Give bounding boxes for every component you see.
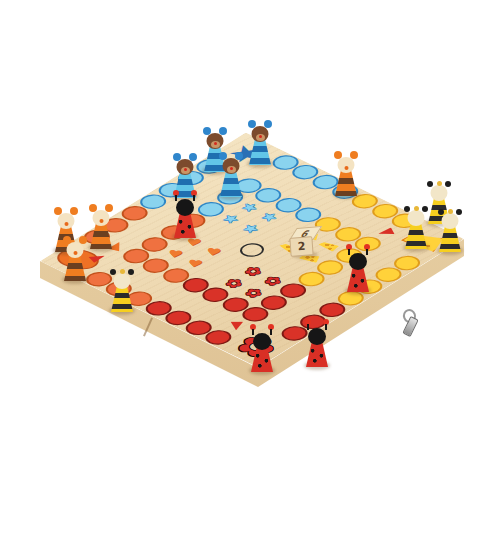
field-flower-r8c7[interactable]: ✿	[221, 276, 247, 291]
field-star-r5c4[interactable]: ★	[218, 212, 243, 226]
ladybug-head	[253, 333, 271, 350]
field-arrow-r10c9	[230, 321, 244, 330]
ladybug-ear	[268, 324, 274, 330]
ladybug-head	[176, 199, 194, 216]
piece-fox-4[interactable]	[333, 148, 359, 196]
ladybug-body	[306, 342, 328, 367]
mouse-head	[252, 126, 269, 142]
die-face-front: 2	[289, 236, 313, 257]
ladybug-ear	[346, 244, 352, 250]
fox-head	[67, 242, 84, 258]
bee-ear	[456, 209, 462, 215]
ladybug-ear	[191, 190, 197, 196]
fox-head	[93, 210, 110, 226]
piece-ladybug-3[interactable]	[249, 324, 275, 372]
bee-ear	[128, 269, 134, 275]
field-goal-r6c6[interactable]	[235, 241, 269, 260]
mouse-head	[223, 158, 240, 174]
piece-mouse-4[interactable]	[218, 149, 244, 197]
field-star-r5c5[interactable]: ★	[238, 222, 263, 236]
bee-body	[405, 224, 427, 249]
ladybug-body	[174, 213, 196, 238]
piece-ladybug-2[interactable]	[345, 244, 371, 292]
ladybug-ear	[305, 319, 311, 325]
piece-ladybug-1[interactable]	[172, 190, 198, 238]
bee-ear	[422, 206, 428, 212]
fox-body	[64, 256, 86, 281]
bee-body	[439, 227, 461, 252]
mouse-head	[207, 133, 224, 149]
bee-head	[114, 273, 131, 289]
field-flower-r7c7[interactable]: ✿	[240, 264, 266, 279]
fox-body	[90, 224, 112, 249]
piece-bee-3[interactable]	[437, 204, 463, 252]
bee-ear	[427, 181, 433, 187]
fox-head	[58, 213, 75, 229]
ladybug-body	[347, 267, 369, 292]
ladybug-ear	[323, 319, 329, 325]
bee-head	[431, 185, 448, 201]
metal-clasp-icon[interactable]	[400, 309, 418, 337]
mouse-body	[249, 140, 271, 165]
ladybug-body	[251, 347, 273, 372]
fox-body	[335, 171, 357, 196]
field-cheese-r4c8[interactable]	[317, 239, 340, 253]
field-leaf-r7c5[interactable]: ♥	[204, 247, 222, 258]
piece-fox-2[interactable]	[88, 201, 114, 249]
field-leaf-r8c5[interactable]: ♥	[186, 258, 204, 269]
bee-head	[442, 213, 459, 229]
ladybug-head	[349, 253, 367, 270]
piece-bee-4[interactable]	[109, 264, 135, 312]
field-star-r4c4[interactable]: ★	[237, 200, 262, 214]
field-star-r4c5[interactable]: ★	[257, 210, 282, 224]
piece-fox-3[interactable]	[62, 233, 88, 281]
fox-head	[338, 157, 355, 173]
bee-ear	[110, 269, 116, 275]
mouse-body	[220, 172, 242, 197]
field-arrow-r2c9	[377, 227, 396, 237]
photo-background: ★★★★✿✿✿✿♥♥♥♥★✿ 6 2	[0, 0, 504, 544]
bee-ear	[445, 181, 451, 187]
bee-ear	[438, 209, 444, 215]
bee-body	[111, 287, 133, 312]
ladybug-ear	[364, 244, 370, 250]
ladybug-ear	[173, 190, 179, 196]
piece-mouse-2[interactable]	[247, 117, 273, 165]
bee-ear	[404, 206, 410, 212]
ladybug-head	[308, 328, 326, 345]
bee-head	[408, 210, 425, 226]
die[interactable]: 6 2	[289, 227, 319, 257]
piece-bee-2[interactable]	[403, 201, 429, 249]
ladybug-ear	[250, 324, 256, 330]
field-leaf-r8c4[interactable]: ♥	[166, 249, 184, 260]
piece-ladybug-4[interactable]	[304, 319, 330, 367]
mouse-head	[177, 159, 194, 175]
